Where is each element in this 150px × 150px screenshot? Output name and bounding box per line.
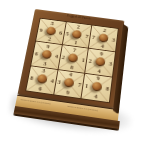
tile-r1c1[interactable]: 5 6 2 9 <box>36 19 65 45</box>
puzzle-board: Pegged 36 Puzzle 5 6 2 9 2 7 1 5 2 <box>12 9 137 138</box>
edge-number-right: 3 <box>112 37 116 43</box>
tile-r2c1[interactable]: 9 4 3 6 <box>31 42 61 69</box>
tile-r1c3[interactable]: 2 3 4 7 <box>89 26 118 52</box>
left-rail-engraving: engraved maker text (illegible) <box>20 98 51 105</box>
tile-r2c3[interactable]: 9 3 4 2 <box>86 49 115 76</box>
walnut-tray-top: Pegged 36 Puzzle 5 6 2 9 2 7 1 5 2 <box>17 9 124 109</box>
tile-r3c2[interactable]: 4 7 9 3 <box>54 70 85 98</box>
tile-r3c1[interactable]: 3 4 6 8 <box>26 66 57 94</box>
tile-r2c2[interactable]: 7 1 8 2 <box>58 45 88 72</box>
tile-r1c2[interactable]: 2 7 1 5 <box>63 22 92 48</box>
tile-grid: 5 6 2 9 2 7 1 5 2 3 4 7 <box>25 18 119 104</box>
front-center-engraving: engraved maker text (illegible) <box>67 105 98 112</box>
tile-r3c3[interactable]: 9 8 4 1 <box>82 74 112 103</box>
